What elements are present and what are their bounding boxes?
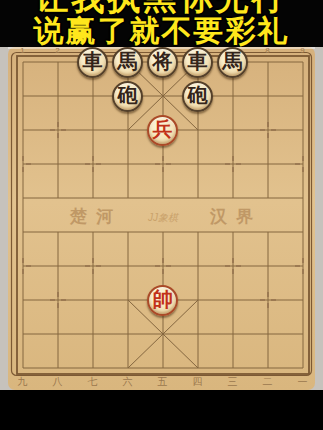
piece-glyph: 砲 [118, 85, 138, 105]
caption-banner: 让我执黑你先行 说赢了就不要彩礼 [0, 0, 323, 47]
caption-line2: 说赢了就不要彩礼 [0, 11, 323, 47]
piece-glyph: 車 [188, 51, 208, 71]
piece-red-soldier[interactable]: 兵 [147, 115, 178, 146]
piece-black-cannon-left[interactable]: 砲 [112, 81, 143, 112]
piece-black-horse-right[interactable]: 馬 [217, 47, 248, 78]
piece-black-general[interactable]: 将 [147, 47, 178, 78]
piece-glyph: 馬 [223, 51, 243, 71]
piece-glyph: 将 [153, 51, 173, 71]
piece-black-chariot-left[interactable]: 車 [77, 47, 108, 78]
piece-red-king[interactable]: 帥 [147, 285, 178, 316]
pieces-layer[interactable]: 車馬将車馬砲砲兵帥 [5, 45, 320, 385]
piece-black-chariot-right[interactable]: 車 [182, 47, 213, 78]
piece-glyph: 馬 [118, 51, 138, 71]
piece-glyph: 帥 [153, 289, 173, 309]
piece-glyph: 砲 [188, 85, 208, 105]
piece-black-cannon-right[interactable]: 砲 [182, 81, 213, 112]
piece-glyph: 兵 [153, 119, 173, 139]
piece-glyph: 車 [83, 51, 103, 71]
piece-black-horse-left[interactable]: 馬 [112, 47, 143, 78]
